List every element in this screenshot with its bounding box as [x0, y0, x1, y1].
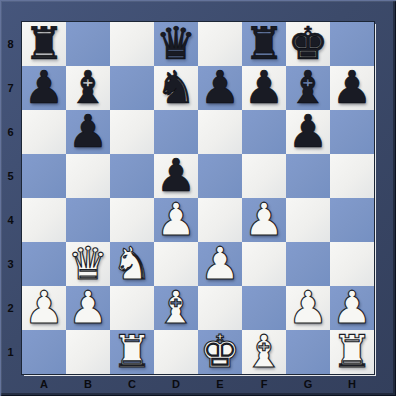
file-label-b: B	[66, 376, 110, 394]
white-bishop-icon: ♝	[156, 286, 196, 330]
square-h1[interactable]: ♜	[330, 330, 374, 374]
square-f6[interactable]	[242, 110, 286, 154]
chess-board: ♜♛♜♚♟♝♞♟♟♝♟♟♟♟♟♟♛♞♟♟♟♝♟♟♜♚♝♜	[22, 22, 374, 374]
black-rook-icon: ♜	[244, 22, 284, 66]
square-e5[interactable]	[198, 154, 242, 198]
square-g1[interactable]	[286, 330, 330, 374]
square-h6[interactable]	[330, 110, 374, 154]
square-g6[interactable]: ♟	[286, 110, 330, 154]
black-knight-icon: ♞	[156, 66, 196, 110]
square-c8[interactable]	[110, 22, 154, 66]
square-g8[interactable]: ♚	[286, 22, 330, 66]
rank-label-8: 8	[0, 22, 21, 66]
square-d5[interactable]: ♟	[154, 154, 198, 198]
black-pawn-icon: ♟	[332, 66, 372, 110]
square-c3[interactable]: ♞	[110, 242, 154, 286]
square-b4[interactable]	[66, 198, 110, 242]
square-e2[interactable]	[198, 286, 242, 330]
square-a2[interactable]: ♟	[22, 286, 66, 330]
square-f2[interactable]	[242, 286, 286, 330]
black-bishop-icon: ♝	[68, 66, 108, 110]
white-pawn-icon: ♟	[200, 242, 240, 286]
square-e4[interactable]	[198, 198, 242, 242]
square-f3[interactable]	[242, 242, 286, 286]
rank-label-1: 1	[0, 330, 21, 374]
square-d2[interactable]: ♝	[154, 286, 198, 330]
black-pawn-icon: ♟	[156, 154, 196, 198]
white-bishop-icon: ♝	[244, 330, 284, 374]
square-h7[interactable]: ♟	[330, 66, 374, 110]
square-c1[interactable]: ♜	[110, 330, 154, 374]
square-a8[interactable]: ♜	[22, 22, 66, 66]
square-d3[interactable]	[154, 242, 198, 286]
black-rook-icon: ♜	[24, 22, 64, 66]
file-label-d: D	[154, 376, 198, 394]
square-b2[interactable]: ♟	[66, 286, 110, 330]
black-pawn-icon: ♟	[200, 66, 240, 110]
square-f5[interactable]	[242, 154, 286, 198]
rank-label-3: 3	[0, 242, 21, 286]
square-b1[interactable]	[66, 330, 110, 374]
white-rook-icon: ♜	[332, 330, 372, 374]
square-h5[interactable]	[330, 154, 374, 198]
square-c7[interactable]	[110, 66, 154, 110]
square-a1[interactable]	[22, 330, 66, 374]
white-pawn-icon: ♟	[68, 286, 108, 330]
square-d6[interactable]	[154, 110, 198, 154]
square-h2[interactable]: ♟	[330, 286, 374, 330]
white-pawn-icon: ♟	[244, 198, 284, 242]
white-rook-icon: ♜	[112, 330, 152, 374]
file-label-c: C	[110, 376, 154, 394]
square-b7[interactable]: ♝	[66, 66, 110, 110]
square-c4[interactable]	[110, 198, 154, 242]
square-a5[interactable]	[22, 154, 66, 198]
square-d4[interactable]: ♟	[154, 198, 198, 242]
square-h4[interactable]	[330, 198, 374, 242]
file-label-h: H	[330, 376, 374, 394]
square-c2[interactable]	[110, 286, 154, 330]
file-label-f: F	[242, 376, 286, 394]
file-label-a: A	[22, 376, 66, 394]
square-e8[interactable]	[198, 22, 242, 66]
square-g2[interactable]: ♟	[286, 286, 330, 330]
square-b8[interactable]	[66, 22, 110, 66]
square-b6[interactable]: ♟	[66, 110, 110, 154]
square-g3[interactable]	[286, 242, 330, 286]
black-pawn-icon: ♟	[68, 110, 108, 154]
square-h3[interactable]	[330, 242, 374, 286]
white-queen-icon: ♛	[68, 242, 108, 286]
rank-label-2: 2	[0, 286, 21, 330]
black-pawn-icon: ♟	[244, 66, 284, 110]
white-pawn-icon: ♟	[24, 286, 64, 330]
square-f1[interactable]: ♝	[242, 330, 286, 374]
black-bishop-icon: ♝	[288, 66, 328, 110]
white-king-icon: ♚	[200, 330, 240, 374]
square-a6[interactable]	[22, 110, 66, 154]
square-a4[interactable]	[22, 198, 66, 242]
white-pawn-icon: ♟	[332, 286, 372, 330]
black-queen-icon: ♛	[156, 22, 196, 66]
rank-label-6: 6	[0, 110, 21, 154]
white-pawn-icon: ♟	[156, 198, 196, 242]
square-b3[interactable]: ♛	[66, 242, 110, 286]
rank-label-7: 7	[0, 66, 21, 110]
square-f8[interactable]: ♜	[242, 22, 286, 66]
square-e3[interactable]: ♟	[198, 242, 242, 286]
chess-board-frame: ♜♛♜♚♟♝♞♟♟♝♟♟♟♟♟♟♛♞♟♟♟♝♟♟♜♚♝♜ 8 7 6 5 4 3…	[0, 0, 396, 396]
square-a3[interactable]	[22, 242, 66, 286]
file-label-g: G	[286, 376, 330, 394]
square-e6[interactable]	[198, 110, 242, 154]
square-h8[interactable]	[330, 22, 374, 66]
square-g5[interactable]	[286, 154, 330, 198]
white-pawn-icon: ♟	[288, 286, 328, 330]
square-g4[interactable]	[286, 198, 330, 242]
black-pawn-icon: ♟	[24, 66, 64, 110]
square-f7[interactable]: ♟	[242, 66, 286, 110]
black-pawn-icon: ♟	[288, 110, 328, 154]
square-a7[interactable]: ♟	[22, 66, 66, 110]
rank-label-5: 5	[0, 154, 21, 198]
square-c6[interactable]	[110, 110, 154, 154]
square-b5[interactable]	[66, 154, 110, 198]
black-king-icon: ♚	[288, 22, 328, 66]
square-g7[interactable]: ♝	[286, 66, 330, 110]
white-knight-icon: ♞	[112, 242, 152, 286]
rank-label-4: 4	[0, 198, 21, 242]
square-d7[interactable]: ♞	[154, 66, 198, 110]
square-e7[interactable]: ♟	[198, 66, 242, 110]
square-e1[interactable]: ♚	[198, 330, 242, 374]
file-label-e: E	[198, 376, 242, 394]
square-d8[interactable]: ♛	[154, 22, 198, 66]
square-f4[interactable]: ♟	[242, 198, 286, 242]
square-d1[interactable]	[154, 330, 198, 374]
square-c5[interactable]	[110, 154, 154, 198]
